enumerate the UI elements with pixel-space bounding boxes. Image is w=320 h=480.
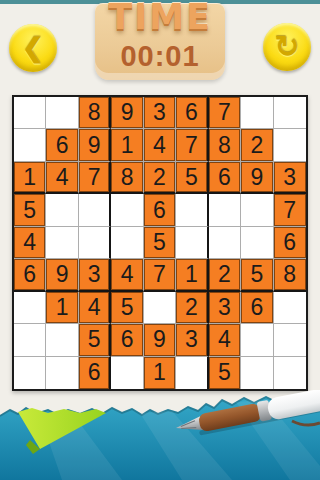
sudoku-cell-r3c1[interactable]: 1 (14, 162, 46, 194)
sudoku-cell-r6c4[interactable]: 4 (111, 259, 143, 291)
sudoku-cell-r2c3[interactable]: 9 (79, 129, 111, 161)
sudoku-cell-r3c6[interactable]: 5 (176, 162, 208, 194)
sudoku-cell-r3c2[interactable]: 4 (46, 162, 78, 194)
sudoku-cell-r3c9[interactable]: 3 (274, 162, 306, 194)
sudoku-cell-r1c6[interactable]: 6 (176, 97, 208, 129)
sudoku-cell-r4c1[interactable]: 5 (14, 194, 46, 226)
sudoku-cell-r4c7[interactable] (209, 194, 241, 226)
sudoku-cell-r6c6[interactable]: 1 (176, 259, 208, 291)
app-screen: ❮ TIME 00:01 ↻ 8936769147821478256935674… (0, 0, 320, 480)
sudoku-cell-r3c5[interactable]: 2 (144, 162, 176, 194)
sudoku-cell-r1c5[interactable]: 3 (144, 97, 176, 129)
sudoku-cell-r5c6[interactable] (176, 227, 208, 259)
sudoku-cell-r7c4[interactable]: 5 (111, 292, 143, 324)
sudoku-cell-r2c7[interactable]: 8 (209, 129, 241, 161)
sudoku-board: 8936769147821478256935674566934712581452… (12, 95, 308, 391)
sudoku-cell-r7c8[interactable]: 6 (241, 292, 273, 324)
sudoku-cell-r7c6[interactable]: 2 (176, 292, 208, 324)
sudoku-cell-r2c5[interactable]: 4 (144, 129, 176, 161)
sudoku-cell-r9c4[interactable] (111, 357, 143, 389)
sudoku-cell-r5c9[interactable]: 6 (274, 227, 306, 259)
sudoku-cell-r4c5[interactable]: 6 (144, 194, 176, 226)
time-plaque: TIME 00:01 (95, 3, 225, 80)
sudoku-cell-r6c8[interactable]: 5 (241, 259, 273, 291)
back-arrow-icon: ❮ (22, 35, 44, 61)
sudoku-cell-r3c4[interactable]: 8 (111, 162, 143, 194)
sudoku-cell-r3c3[interactable]: 7 (79, 162, 111, 194)
sudoku-cell-r4c4[interactable] (111, 194, 143, 226)
sudoku-cell-r2c8[interactable]: 2 (241, 129, 273, 161)
sudoku-cell-r9c7[interactable]: 5 (209, 357, 241, 389)
sudoku-cell-r8c6[interactable]: 3 (176, 324, 208, 356)
sudoku-cell-r6c5[interactable]: 7 (144, 259, 176, 291)
sudoku-cell-r7c5[interactable] (144, 292, 176, 324)
sudoku-cell-r4c2[interactable] (46, 194, 78, 226)
sudoku-cell-r4c9[interactable]: 7 (274, 194, 306, 226)
time-label: TIME (108, 0, 212, 37)
sudoku-cell-r3c7[interactable]: 6 (209, 162, 241, 194)
sudoku-cell-r9c2[interactable] (46, 357, 78, 389)
sudoku-cell-r7c1[interactable] (14, 292, 46, 324)
restart-icon: ↻ (274, 32, 299, 62)
sudoku-cell-r6c7[interactable]: 2 (209, 259, 241, 291)
sudoku-cell-r5c1[interactable]: 4 (14, 227, 46, 259)
sudoku-cell-r6c3[interactable]: 3 (79, 259, 111, 291)
sudoku-cell-r9c5[interactable]: 1 (144, 357, 176, 389)
back-button[interactable]: ❮ (9, 24, 57, 72)
sudoku-cell-r9c1[interactable] (14, 357, 46, 389)
sudoku-cell-r9c3[interactable]: 6 (79, 357, 111, 389)
sudoku-cell-r6c2[interactable]: 9 (46, 259, 78, 291)
sudoku-cell-r9c6[interactable] (176, 357, 208, 389)
sudoku-cell-r1c8[interactable] (241, 97, 273, 129)
sudoku-cell-r7c3[interactable]: 4 (79, 292, 111, 324)
sudoku-cell-r6c9[interactable]: 8 (274, 259, 306, 291)
sudoku-cell-r2c1[interactable] (14, 129, 46, 161)
sudoku-cell-r4c8[interactable] (241, 194, 273, 226)
sudoku-cell-r1c7[interactable]: 7 (209, 97, 241, 129)
sudoku-cell-r8c8[interactable] (241, 324, 273, 356)
sudoku-cell-r1c2[interactable] (46, 97, 78, 129)
sudoku-cell-r9c9[interactable] (274, 357, 306, 389)
sudoku-cell-r7c2[interactable]: 1 (46, 292, 78, 324)
sudoku-cell-r5c3[interactable] (79, 227, 111, 259)
timer-value: 00:01 (95, 40, 225, 73)
sudoku-cell-r8c9[interactable] (274, 324, 306, 356)
sudoku-cell-r5c7[interactable] (209, 227, 241, 259)
sudoku-cell-r5c8[interactable] (241, 227, 273, 259)
sudoku-cell-r8c4[interactable]: 6 (111, 324, 143, 356)
sudoku-cell-r8c1[interactable] (14, 324, 46, 356)
sudoku-cell-r8c3[interactable]: 5 (79, 324, 111, 356)
sudoku-cell-r6c1[interactable]: 6 (14, 259, 46, 291)
bottom-decoration (0, 390, 320, 480)
sudoku-cell-r1c9[interactable] (274, 97, 306, 129)
sudoku-cell-r1c1[interactable] (14, 97, 46, 129)
sudoku-cell-r2c6[interactable]: 7 (176, 129, 208, 161)
sudoku-cell-r5c2[interactable] (46, 227, 78, 259)
sudoku-cell-r2c2[interactable]: 6 (46, 129, 78, 161)
sudoku-cell-r7c7[interactable]: 3 (209, 292, 241, 324)
sudoku-cell-r3c8[interactable]: 9 (241, 162, 273, 194)
sudoku-cell-r8c5[interactable]: 9 (144, 324, 176, 356)
sudoku-cell-r7c9[interactable] (274, 292, 306, 324)
sudoku-cell-r5c4[interactable] (111, 227, 143, 259)
sudoku-cell-r1c3[interactable]: 8 (79, 97, 111, 129)
sudoku-cell-r4c6[interactable] (176, 194, 208, 226)
sudoku-cell-r2c9[interactable] (274, 129, 306, 161)
sudoku-cell-r8c2[interactable] (46, 324, 78, 356)
sudoku-cell-r9c8[interactable] (241, 357, 273, 389)
sudoku-cell-r5c5[interactable]: 5 (144, 227, 176, 259)
sudoku-cell-r2c4[interactable]: 1 (111, 129, 143, 161)
sudoku-cell-r4c3[interactable] (79, 194, 111, 226)
restart-button[interactable]: ↻ (263, 23, 311, 71)
sudoku-cell-r8c7[interactable]: 4 (209, 324, 241, 356)
sudoku-cell-r1c4[interactable]: 9 (111, 97, 143, 129)
